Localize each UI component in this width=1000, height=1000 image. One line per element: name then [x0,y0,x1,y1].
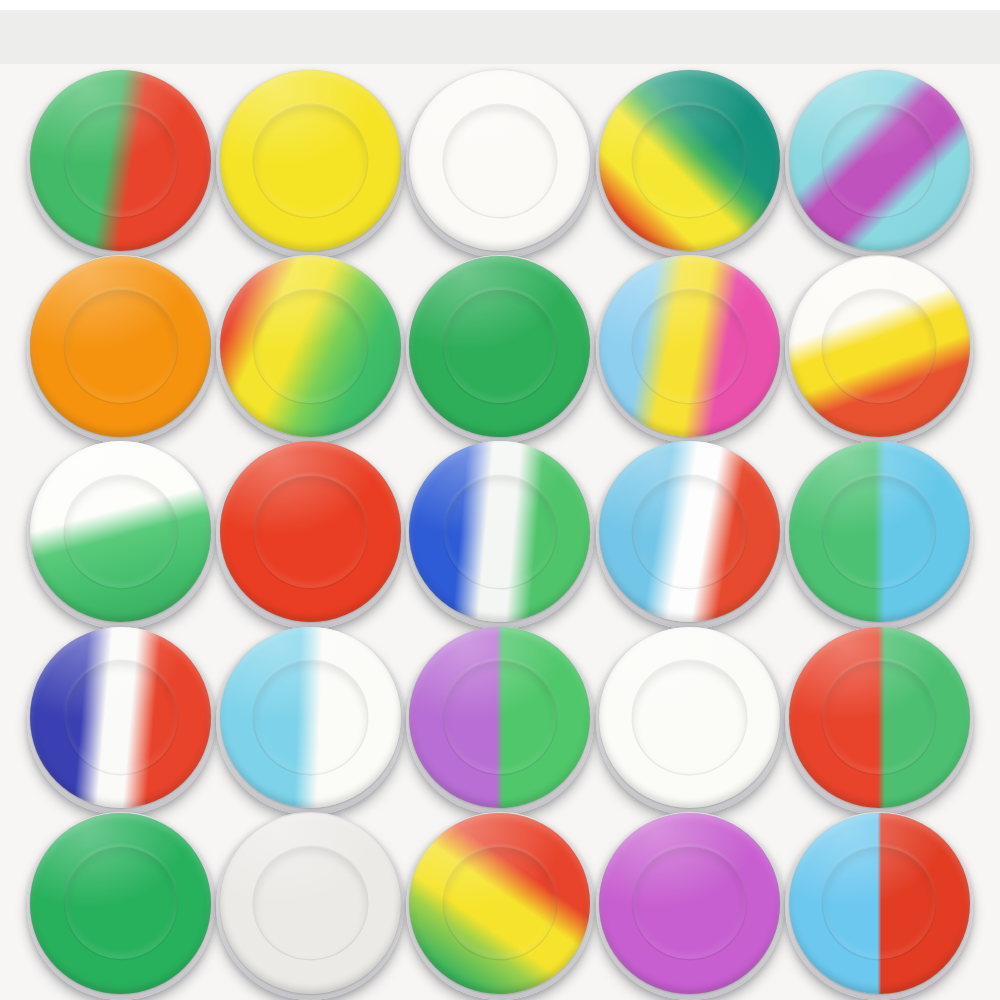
silicone-lid [30,256,211,437]
container-grid [26,68,974,996]
jar-r2c3 [405,254,595,440]
jar-r4c1 [26,625,216,811]
lid-gloss-highlight [599,256,780,437]
silicone-lid [599,813,780,994]
lid-gloss-highlight [220,441,401,622]
jar-r4c5 [784,625,974,811]
lid-gloss-highlight [409,813,590,994]
lid-gloss-highlight [220,70,401,251]
lid-gloss-highlight [409,441,590,622]
background-top-band [0,10,1000,64]
jar-r4c4 [595,625,785,811]
lid-gloss-highlight [409,627,590,808]
silicone-lid [409,813,590,994]
silicone-lid [409,441,590,622]
jar-r5c4 [595,810,785,996]
lid-gloss-highlight [599,70,780,251]
silicone-lid [220,813,401,994]
jar-r3c5 [784,439,974,625]
silicone-lid [789,70,970,251]
silicone-lid [599,256,780,437]
jar-r4c3 [405,625,595,811]
silicone-lid [789,627,970,808]
lid-gloss-highlight [789,256,970,437]
jar-r4c2 [216,625,406,811]
lid-gloss-highlight [599,813,780,994]
silicone-lid [409,70,590,251]
silicone-lid [409,627,590,808]
product-photo [0,0,1000,1000]
lid-gloss-highlight [220,256,401,437]
silicone-lid [220,441,401,622]
jar-r5c3 [405,810,595,996]
lid-gloss-highlight [30,70,211,251]
lid-gloss-highlight [599,441,780,622]
jar-r3c2 [216,439,406,625]
lid-gloss-highlight [30,441,211,622]
silicone-lid [30,441,211,622]
jar-r1c1 [26,68,216,254]
jar-r2c4 [595,254,785,440]
lid-gloss-highlight [220,627,401,808]
silicone-lid [30,627,211,808]
lid-gloss-highlight [30,627,211,808]
lid-gloss-highlight [409,70,590,251]
jar-r1c2 [216,68,406,254]
silicone-lid [599,70,780,251]
lid-gloss-highlight [789,70,970,251]
silicone-lid [30,70,211,251]
lid-gloss-highlight [30,256,211,437]
jar-r3c3 [405,439,595,625]
jar-r1c5 [784,68,974,254]
jar-r5c2 [216,810,406,996]
jar-r2c1 [26,254,216,440]
jar-r1c4 [595,68,785,254]
silicone-lid [789,256,970,437]
lid-gloss-highlight [409,256,590,437]
silicone-lid [409,256,590,437]
silicone-lid [599,441,780,622]
silicone-lid [220,70,401,251]
jar-r1c3 [405,68,595,254]
jar-r5c5 [784,810,974,996]
silicone-lid [789,813,970,994]
lid-gloss-highlight [30,813,211,994]
silicone-lid [220,256,401,437]
silicone-lid [789,441,970,622]
jar-r5c1 [26,810,216,996]
lid-gloss-highlight [220,813,401,994]
silicone-lid [220,627,401,808]
jar-r2c5 [784,254,974,440]
lid-gloss-highlight [789,627,970,808]
lid-gloss-highlight [599,627,780,808]
lid-gloss-highlight [789,441,970,622]
silicone-lid [30,813,211,994]
jar-r3c1 [26,439,216,625]
silicone-lid [599,627,780,808]
lid-gloss-highlight [789,813,970,994]
jar-r3c4 [595,439,785,625]
jar-r2c2 [216,254,406,440]
